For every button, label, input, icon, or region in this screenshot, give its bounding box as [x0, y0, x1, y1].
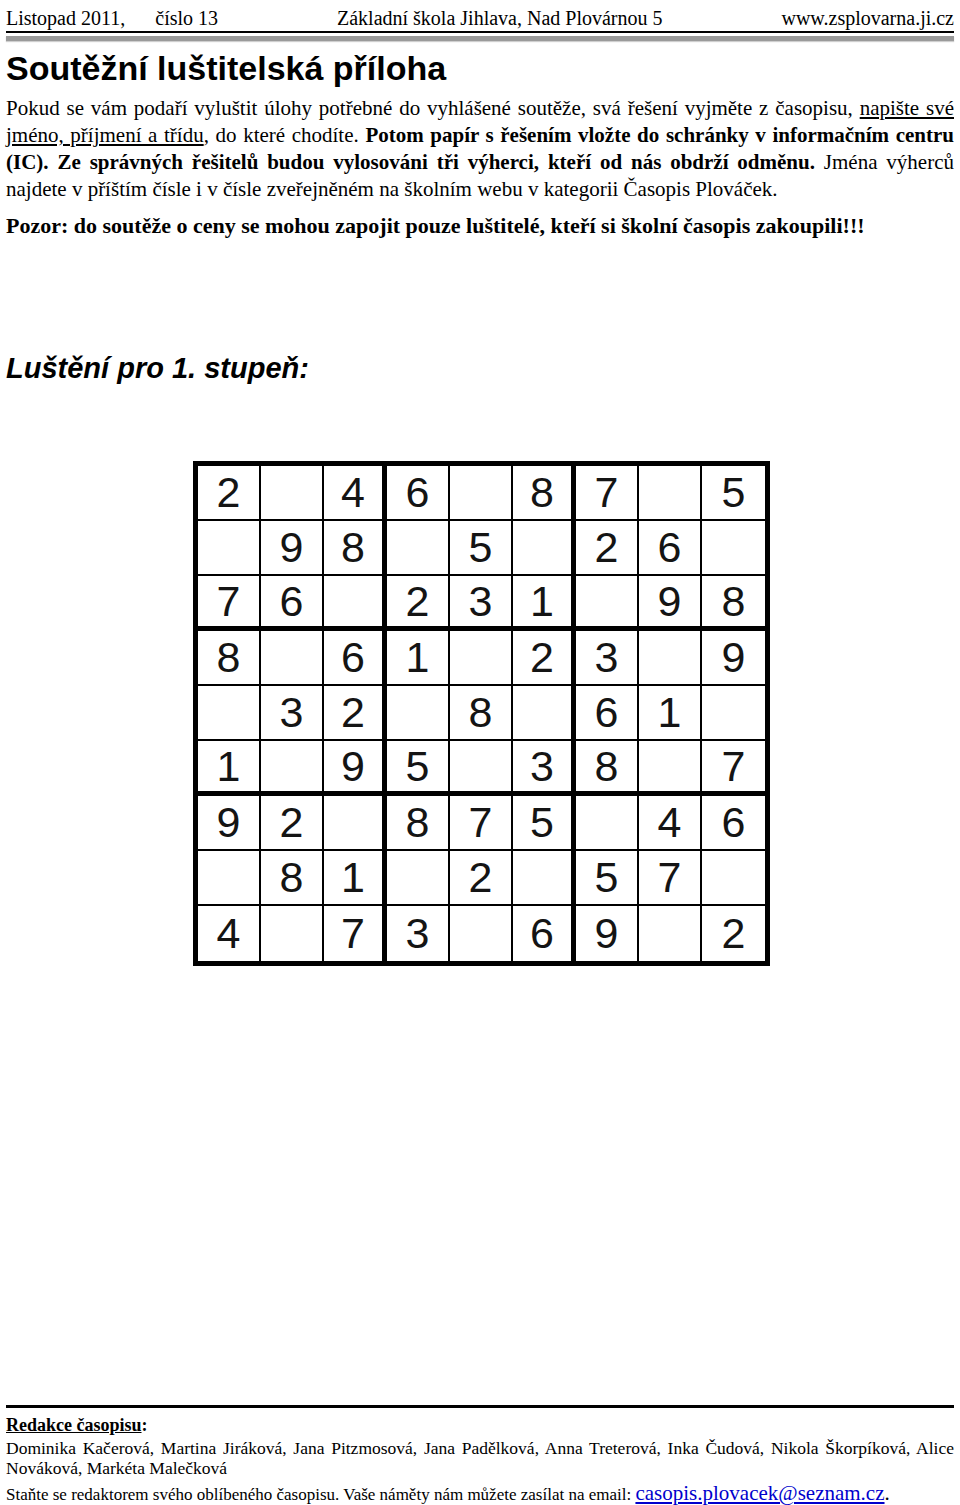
editors-names: Dominika Kačerová, Martina Jiráková, Jan… [6, 1438, 954, 1478]
sudoku-cell-given[interactable]: 7 [198, 576, 261, 631]
sudoku-cell-empty[interactable] [198, 686, 261, 741]
sudoku-cell-empty[interactable] [702, 521, 765, 576]
sudoku-cell-given[interactable]: 8 [324, 521, 387, 576]
editors-label: Redakce časopisu [6, 1415, 142, 1435]
sudoku-cell-given[interactable]: 9 [198, 796, 261, 851]
sudoku-cell-empty[interactable] [261, 906, 324, 961]
sudoku-cell-empty[interactable] [261, 466, 324, 521]
sudoku-cell-empty[interactable] [576, 576, 639, 631]
sudoku-cell-given[interactable]: 5 [387, 741, 450, 796]
sudoku-cell-given[interactable]: 1 [324, 851, 387, 906]
sudoku-cell-empty[interactable] [261, 631, 324, 686]
join-suffix: . [885, 1481, 890, 1505]
sudoku-cell-given[interactable]: 5 [513, 796, 576, 851]
sudoku-cell-given[interactable]: 9 [324, 741, 387, 796]
sudoku-cell-empty[interactable] [387, 851, 450, 906]
page-header: Listopad 2011, číslo 13 Základní škola J… [6, 6, 954, 33]
sudoku-cell-given[interactable]: 6 [702, 796, 765, 851]
editors-colon: : [142, 1415, 148, 1435]
sudoku-cell-given[interactable]: 2 [450, 851, 513, 906]
sudoku-cell-empty[interactable] [261, 741, 324, 796]
sudoku-cell-given[interactable]: 2 [261, 796, 324, 851]
sudoku-cell-given[interactable]: 6 [513, 906, 576, 961]
sudoku-cell-given[interactable]: 6 [639, 521, 702, 576]
sudoku-cell-given[interactable]: 9 [261, 521, 324, 576]
email-link[interactable]: casopis.plovacek@seznam.cz [635, 1481, 884, 1505]
sudoku-cell-given[interactable]: 6 [387, 466, 450, 521]
sudoku-cell-given[interactable]: 9 [639, 576, 702, 631]
sudoku-cell-empty[interactable] [513, 686, 576, 741]
sudoku-cell-given[interactable]: 9 [702, 631, 765, 686]
sudoku-cell-empty[interactable] [702, 686, 765, 741]
sudoku-cell-given[interactable]: 2 [576, 521, 639, 576]
header-date: Listopad 2011, [6, 6, 125, 30]
sudoku-cell-given[interactable]: 4 [198, 906, 261, 961]
sudoku-cell-given[interactable]: 4 [324, 466, 387, 521]
sudoku-cell-given[interactable]: 5 [576, 851, 639, 906]
sudoku-cell-given[interactable]: 6 [261, 576, 324, 631]
sudoku-cell-given[interactable]: 5 [702, 466, 765, 521]
sudoku-cell-given[interactable]: 2 [198, 466, 261, 521]
magazine-page: Listopad 2011, číslo 13 Základní škola J… [0, 0, 960, 1505]
sudoku-cell-empty[interactable] [450, 466, 513, 521]
sudoku-cell-given[interactable]: 6 [576, 686, 639, 741]
sudoku-cell-empty[interactable] [198, 851, 261, 906]
sudoku-cell-empty[interactable] [324, 796, 387, 851]
sudoku-cell-empty[interactable] [450, 631, 513, 686]
sudoku-cell-given[interactable]: 1 [513, 576, 576, 631]
sudoku-cell-given[interactable]: 7 [576, 466, 639, 521]
warning-paragraph: Pozor: do soutěže o ceny se mohou zapoji… [6, 212, 954, 240]
intro-text-1: Pokud se vám podaří vyluštit úlohy potře… [6, 96, 860, 120]
sudoku-cell-empty[interactable] [639, 466, 702, 521]
page-footer: Redakce časopisu: Dominika Kačerová, Mar… [0, 1405, 960, 1505]
sudoku-cell-given[interactable]: 7 [324, 906, 387, 961]
sudoku-cell-given[interactable]: 8 [198, 631, 261, 686]
sudoku-cell-given[interactable]: 1 [387, 631, 450, 686]
sudoku-cell-given[interactable]: 7 [702, 741, 765, 796]
sudoku-cell-given[interactable]: 8 [702, 576, 765, 631]
join-text: Staňte se redaktorem svého oblíbeného ča… [6, 1485, 635, 1504]
sudoku-cell-given[interactable]: 7 [639, 851, 702, 906]
intro-text-2: , do které chodíte. [204, 123, 366, 147]
sudoku-cell-given[interactable]: 8 [513, 466, 576, 521]
page-title: Soutěžní luštitelská příloha [6, 48, 954, 88]
sudoku-cell-given[interactable]: 3 [576, 631, 639, 686]
editors-heading: Redakce časopisu: [6, 1415, 954, 1436]
sudoku-cell-given[interactable]: 9 [576, 906, 639, 961]
sudoku-cell-given[interactable]: 8 [450, 686, 513, 741]
sudoku-cell-given[interactable]: 8 [261, 851, 324, 906]
sudoku-cell-given[interactable]: 6 [324, 631, 387, 686]
sudoku-cell-given[interactable]: 2 [513, 631, 576, 686]
sudoku-cell-empty[interactable] [639, 631, 702, 686]
sudoku-cell-empty[interactable] [387, 686, 450, 741]
sudoku-cell-given[interactable]: 8 [576, 741, 639, 796]
header-divider [6, 36, 954, 41]
sudoku-cell-given[interactable]: 8 [387, 796, 450, 851]
sudoku-cell-given[interactable]: 3 [261, 686, 324, 741]
header-issue-group: Listopad 2011, číslo 13 [6, 6, 218, 30]
sudoku-cell-empty[interactable] [198, 521, 261, 576]
header-website: www.zsplovarna.ji.cz [781, 6, 954, 30]
section-heading: Luštění pro 1. stupeň: [6, 351, 954, 385]
sudoku-cell-given[interactable]: 3 [513, 741, 576, 796]
footer-divider [6, 1405, 954, 1408]
sudoku-cell-given[interactable]: 1 [639, 686, 702, 741]
sudoku-cell-empty[interactable] [450, 741, 513, 796]
intro-paragraph: Pokud se vám podaří vyluštit úlohy potře… [6, 95, 954, 203]
sudoku-cell-empty[interactable] [702, 851, 765, 906]
header-school-name: Základní škola Jihlava, Nad Plovárnou 5 [337, 6, 663, 30]
sudoku-cell-given[interactable]: 2 [702, 906, 765, 961]
sudoku-cell-empty[interactable] [513, 851, 576, 906]
sudoku-cell-empty[interactable] [639, 906, 702, 961]
sudoku-cell-empty[interactable] [639, 741, 702, 796]
sudoku-cell-given[interactable]: 2 [387, 576, 450, 631]
sudoku-cell-given[interactable]: 2 [324, 686, 387, 741]
sudoku-cell-given[interactable]: 1 [198, 741, 261, 796]
sudoku-cell-given[interactable]: 3 [450, 576, 513, 631]
sudoku-cell-empty[interactable] [576, 796, 639, 851]
sudoku-cell-empty[interactable] [450, 906, 513, 961]
sudoku-cell-empty[interactable] [324, 576, 387, 631]
sudoku-cell-given[interactable]: 3 [387, 906, 450, 961]
sudoku-cell-empty[interactable] [513, 521, 576, 576]
sudoku-cell-given[interactable]: 4 [639, 796, 702, 851]
sudoku-cell-given[interactable]: 7 [450, 796, 513, 851]
sudoku-cell-given[interactable]: 5 [450, 521, 513, 576]
header-issue-number: číslo 13 [155, 6, 218, 30]
join-line: Staňte se redaktorem svého oblíbeného ča… [6, 1481, 954, 1505]
sudoku-cell-empty[interactable] [387, 521, 450, 576]
sudoku-board: 2468759852676231988612393286119538792875… [193, 461, 770, 966]
